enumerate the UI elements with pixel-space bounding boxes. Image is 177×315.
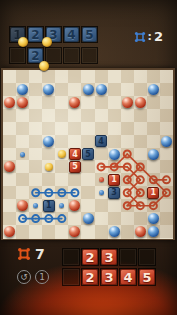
blue-counter-value: 2 — [154, 29, 163, 44]
blue-marble[interactable] — [161, 136, 172, 147]
red-marble[interactable] — [135, 97, 146, 108]
red-number-tile[interactable]: 2 — [82, 269, 98, 285]
blue-marble[interactable] — [83, 213, 94, 224]
tray-slot: 2 — [81, 268, 99, 286]
undo-button[interactable]: ↺ — [17, 270, 31, 284]
red-number-tile[interactable]: 4 — [69, 148, 81, 160]
red-number-tile[interactable]: 2 — [82, 249, 98, 265]
blue-marble[interactable] — [17, 84, 28, 95]
red-marble[interactable] — [17, 200, 28, 211]
blue-marble[interactable] — [109, 149, 120, 160]
undo-icon: ↺ — [20, 273, 28, 282]
gold-coin[interactable] — [18, 37, 28, 47]
blue-number-tile[interactable]: 4 — [64, 27, 79, 42]
blue-marble[interactable] — [148, 226, 159, 237]
small-blue-dot[interactable] — [59, 203, 64, 208]
tray-slot: 3 — [100, 248, 118, 266]
blue-marble[interactable] — [148, 213, 159, 224]
tray-slot: 2 — [81, 248, 99, 266]
blue-gem-icon — [134, 31, 146, 43]
tray-slot — [63, 47, 80, 64]
red-number-tile[interactable]: 4 — [120, 269, 136, 285]
tray-slot — [81, 47, 98, 64]
red-marble[interactable] — [4, 97, 15, 108]
blue-marble[interactable] — [83, 84, 94, 95]
orange-gem-icon — [17, 247, 31, 261]
red-marble[interactable] — [69, 97, 80, 108]
game-screen: 12345 2 : 2 44551311 7 ↺ 1 23 2345 — [0, 0, 177, 315]
top-tray-row2: 2 — [9, 47, 98, 64]
tray-slot — [62, 248, 80, 266]
blue-counter: : 2 — [134, 29, 163, 44]
tray-slot: 4 — [119, 268, 137, 286]
small-blue-dot[interactable] — [99, 190, 104, 195]
red-counter-value: 7 — [35, 246, 45, 262]
red-marble[interactable] — [4, 161, 15, 172]
blue-number-tile[interactable]: 3 — [108, 187, 120, 199]
blue-marble[interactable] — [148, 149, 159, 160]
blue-marble[interactable] — [96, 84, 107, 95]
small-blue-dot[interactable] — [33, 203, 38, 208]
red-marble[interactable] — [4, 226, 15, 237]
blue-number-tile[interactable]: 5 — [82, 148, 94, 160]
one-button-label: 1 — [39, 273, 45, 282]
tray-slot — [45, 47, 62, 64]
gold-ball[interactable] — [58, 150, 66, 158]
blue-marble[interactable] — [43, 84, 54, 95]
tray-slot: 5 — [138, 268, 156, 286]
red-number-tile[interactable]: 3 — [101, 249, 117, 265]
small-blue-dot[interactable] — [20, 152, 25, 157]
blue-marble[interactable] — [109, 226, 120, 237]
gold-coin[interactable] — [42, 37, 52, 47]
piece-layer: 44551311 — [3, 70, 173, 238]
tray-slot: 4 — [63, 26, 80, 43]
red-number-tile[interactable]: 1 — [108, 174, 120, 186]
one-button[interactable]: 1 — [35, 270, 49, 284]
red-number-tile[interactable]: 1 — [147, 187, 159, 199]
bottom-tray-row1: 23 — [62, 248, 156, 266]
red-marble[interactable] — [69, 226, 80, 237]
red-marble[interactable] — [122, 97, 133, 108]
blue-number-tile[interactable]: 5 — [82, 27, 97, 42]
tray-slot: 5 — [81, 26, 98, 43]
tray-slot: 3 — [100, 268, 118, 286]
blue-number-tile[interactable]: 4 — [95, 135, 107, 147]
blue-number-tile[interactable]: 1 — [43, 200, 55, 212]
blue-marble[interactable] — [148, 84, 159, 95]
bottom-tray-row2: 2345 — [62, 268, 156, 286]
red-number-tile[interactable]: 3 — [101, 269, 117, 285]
red-marble[interactable] — [135, 226, 146, 237]
tray-slot — [138, 248, 156, 266]
small-red-dot[interactable] — [99, 177, 104, 182]
tray-slot — [119, 248, 137, 266]
red-number-tile[interactable]: 5 — [139, 269, 155, 285]
red-marble[interactable] — [69, 200, 80, 211]
tray-slot — [9, 47, 26, 64]
gold-ball[interactable] — [45, 163, 53, 171]
gold-coin[interactable] — [39, 61, 49, 71]
blue-number-tile[interactable]: 2 — [28, 27, 43, 42]
red-number-tile[interactable]: 5 — [69, 161, 81, 173]
tray-slot — [62, 268, 80, 286]
blue-marble[interactable] — [43, 136, 54, 147]
red-counter: 7 — [17, 246, 45, 262]
board: 44551311 — [1, 68, 175, 240]
red-marble[interactable] — [17, 97, 28, 108]
counter-separator: : — [148, 30, 152, 43]
